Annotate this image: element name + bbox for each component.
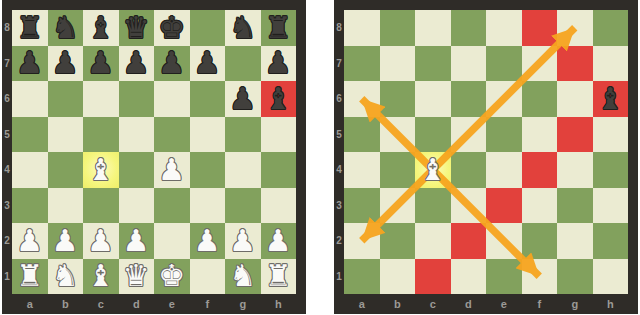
square-b8[interactable]: ♞ bbox=[48, 10, 84, 46]
black-pawn-a7: ♟ bbox=[16, 48, 43, 78]
square-c1[interactable]: ♝ bbox=[83, 259, 119, 295]
file-label-g: g bbox=[557, 294, 593, 314]
square-c8[interactable] bbox=[415, 10, 451, 46]
square-f2[interactable] bbox=[522, 223, 558, 259]
square-g1[interactable] bbox=[557, 259, 593, 295]
square-g2[interactable] bbox=[557, 223, 593, 259]
square-f2[interactable]: ♟ bbox=[190, 223, 226, 259]
rank-coordinates: 87654321 bbox=[2, 10, 12, 294]
square-g7[interactable] bbox=[225, 46, 261, 82]
white-bishop-c4: ♝ bbox=[419, 155, 446, 185]
square-a7[interactable]: ♟ bbox=[12, 46, 48, 82]
square-c7[interactable]: ♟ bbox=[83, 46, 119, 82]
square-g3[interactable] bbox=[557, 188, 593, 224]
square-c3[interactable] bbox=[415, 188, 451, 224]
square-b7[interactable] bbox=[380, 46, 416, 82]
rank-label-2: 2 bbox=[2, 223, 12, 259]
square-f8[interactable] bbox=[190, 10, 226, 46]
black-bishop-c8: ♝ bbox=[87, 13, 114, 43]
square-f3[interactable] bbox=[522, 188, 558, 224]
rank-label-2: 2 bbox=[334, 223, 344, 259]
file-label-d: d bbox=[451, 294, 487, 314]
file-label-h: h bbox=[593, 294, 629, 314]
square-a6[interactable] bbox=[12, 81, 48, 117]
file-label-f: f bbox=[190, 294, 226, 314]
square-c5[interactable] bbox=[415, 117, 451, 153]
white-pawn-b2: ♟ bbox=[52, 226, 79, 256]
square-c4[interactable]: ♝ bbox=[83, 152, 119, 188]
rank-label-6: 6 bbox=[2, 81, 12, 117]
file-coordinates: abcdefgh bbox=[344, 294, 628, 314]
square-e3[interactable] bbox=[486, 188, 522, 224]
square-e1[interactable]: ♚ bbox=[154, 259, 190, 295]
white-knight-b1: ♞ bbox=[52, 261, 79, 291]
white-pawn-g2: ♟ bbox=[229, 226, 256, 256]
square-f7[interactable] bbox=[522, 46, 558, 82]
square-f1[interactable] bbox=[522, 259, 558, 295]
square-e2[interactable] bbox=[154, 223, 190, 259]
square-a4[interactable] bbox=[12, 152, 48, 188]
square-h3[interactable] bbox=[593, 188, 629, 224]
square-e4[interactable]: ♟ bbox=[154, 152, 190, 188]
file-label-e: e bbox=[154, 294, 190, 314]
rank-label-3: 3 bbox=[2, 188, 12, 224]
square-b2[interactable] bbox=[380, 223, 416, 259]
square-a2[interactable]: ♟ bbox=[12, 223, 48, 259]
white-bishop-c4: ♝ bbox=[87, 155, 114, 185]
square-c8[interactable]: ♝ bbox=[83, 10, 119, 46]
square-b1[interactable]: ♞ bbox=[48, 259, 84, 295]
square-h6[interactable]: ♝ bbox=[593, 81, 629, 117]
square-d6[interactable] bbox=[119, 81, 155, 117]
file-label-a: a bbox=[344, 294, 380, 314]
square-g2[interactable]: ♟ bbox=[225, 223, 261, 259]
square-g4[interactable] bbox=[557, 152, 593, 188]
square-b3[interactable] bbox=[380, 188, 416, 224]
white-pawn-f2: ♟ bbox=[194, 226, 221, 256]
square-f1[interactable] bbox=[190, 259, 226, 295]
black-pawn-h7: ♟ bbox=[265, 48, 292, 78]
square-d7[interactable]: ♟ bbox=[119, 46, 155, 82]
square-a2[interactable] bbox=[344, 223, 380, 259]
square-e6[interactable] bbox=[154, 81, 190, 117]
black-pawn-e7: ♟ bbox=[158, 48, 185, 78]
position-board-frame: 87654321 ♜♞♝♛♚♞♜♟♟♟♟♟♟♟♟♝♝♟♟♟♟♟♟♟♟♜♞♝♛♚♞… bbox=[2, 0, 306, 314]
square-d8[interactable]: ♛ bbox=[119, 10, 155, 46]
square-c5[interactable] bbox=[83, 117, 119, 153]
square-d1[interactable] bbox=[451, 259, 487, 295]
square-f3[interactable] bbox=[190, 188, 226, 224]
black-pawn-g6: ♟ bbox=[229, 84, 256, 114]
square-a8[interactable]: ♜ bbox=[12, 10, 48, 46]
square-e8[interactable] bbox=[486, 10, 522, 46]
black-rook-a8: ♜ bbox=[16, 13, 43, 43]
square-e8[interactable]: ♚ bbox=[154, 10, 190, 46]
rank-label-6: 6 bbox=[334, 81, 344, 117]
square-b6[interactable] bbox=[48, 81, 84, 117]
rank-label-1: 1 bbox=[2, 259, 12, 295]
square-d7[interactable] bbox=[451, 46, 487, 82]
black-bishop-h6: ♝ bbox=[265, 84, 292, 114]
white-pawn-c2: ♟ bbox=[87, 226, 114, 256]
square-c4[interactable]: ♝ bbox=[415, 152, 451, 188]
rank-label-8: 8 bbox=[334, 10, 344, 46]
square-e5[interactable] bbox=[486, 117, 522, 153]
rank-label-5: 5 bbox=[2, 117, 12, 153]
file-label-e: e bbox=[486, 294, 522, 314]
white-bishop-c1: ♝ bbox=[87, 261, 114, 291]
file-label-f: f bbox=[522, 294, 558, 314]
square-d5[interactable] bbox=[451, 117, 487, 153]
white-rook-h1: ♜ bbox=[265, 261, 292, 291]
square-a6[interactable] bbox=[344, 81, 380, 117]
square-c3[interactable] bbox=[83, 188, 119, 224]
square-b8[interactable] bbox=[380, 10, 416, 46]
square-c6[interactable] bbox=[415, 81, 451, 117]
square-d4[interactable] bbox=[119, 152, 155, 188]
square-b1[interactable] bbox=[380, 259, 416, 295]
square-d2[interactable]: ♟ bbox=[119, 223, 155, 259]
file-label-d: d bbox=[119, 294, 155, 314]
square-b6[interactable] bbox=[380, 81, 416, 117]
square-g6[interactable] bbox=[557, 81, 593, 117]
square-c2[interactable]: ♟ bbox=[83, 223, 119, 259]
square-c6[interactable] bbox=[83, 81, 119, 117]
white-pawn-h2: ♟ bbox=[265, 226, 292, 256]
white-rook-a1: ♜ bbox=[16, 261, 43, 291]
square-a3[interactable] bbox=[344, 188, 380, 224]
square-a1[interactable] bbox=[344, 259, 380, 295]
square-d6[interactable] bbox=[451, 81, 487, 117]
square-a8[interactable] bbox=[344, 10, 380, 46]
square-e4[interactable] bbox=[486, 152, 522, 188]
square-b3[interactable] bbox=[48, 188, 84, 224]
square-f4[interactable] bbox=[522, 152, 558, 188]
square-d4[interactable] bbox=[451, 152, 487, 188]
file-label-b: b bbox=[380, 294, 416, 314]
square-f7[interactable]: ♟ bbox=[190, 46, 226, 82]
rank-coordinates: 87654321 bbox=[334, 10, 344, 294]
square-b5[interactable] bbox=[48, 117, 84, 153]
square-c2[interactable] bbox=[415, 223, 451, 259]
square-e7[interactable]: ♟ bbox=[154, 46, 190, 82]
square-d5[interactable] bbox=[119, 117, 155, 153]
rank-label-5: 5 bbox=[334, 117, 344, 153]
square-a1[interactable]: ♜ bbox=[12, 259, 48, 295]
square-a4[interactable] bbox=[344, 152, 380, 188]
square-f5[interactable] bbox=[190, 117, 226, 153]
square-h1[interactable]: ♜ bbox=[261, 259, 297, 295]
square-g3[interactable] bbox=[225, 188, 261, 224]
rank-label-4: 4 bbox=[2, 152, 12, 188]
black-queen-d8: ♛ bbox=[123, 13, 150, 43]
black-bishop-h6: ♝ bbox=[597, 84, 624, 114]
square-f8[interactable] bbox=[522, 10, 558, 46]
square-g4[interactable] bbox=[225, 152, 261, 188]
square-h4[interactable] bbox=[261, 152, 297, 188]
file-label-c: c bbox=[415, 294, 451, 314]
black-rook-h8: ♜ bbox=[265, 13, 292, 43]
square-f4[interactable] bbox=[190, 152, 226, 188]
square-h8[interactable] bbox=[593, 10, 629, 46]
square-a7[interactable] bbox=[344, 46, 380, 82]
square-d8[interactable] bbox=[451, 10, 487, 46]
bishop-lesson-diagram: 87654321 ♜♞♝♛♚♞♜♟♟♟♟♟♟♟♟♝♝♟♟♟♟♟♟♟♟♜♞♝♛♚♞… bbox=[0, 0, 640, 315]
square-h5[interactable] bbox=[593, 117, 629, 153]
white-queen-d1: ♛ bbox=[123, 261, 150, 291]
square-c7[interactable] bbox=[415, 46, 451, 82]
white-knight-g1: ♞ bbox=[229, 261, 256, 291]
square-b7[interactable]: ♟ bbox=[48, 46, 84, 82]
rank-label-8: 8 bbox=[2, 10, 12, 46]
file-coordinates: abcdefgh bbox=[12, 294, 296, 314]
square-b5[interactable] bbox=[380, 117, 416, 153]
square-h4[interactable] bbox=[593, 152, 629, 188]
file-label-a: a bbox=[12, 294, 48, 314]
square-h1[interactable] bbox=[593, 259, 629, 295]
black-knight-b8: ♞ bbox=[52, 13, 79, 43]
square-e1[interactable] bbox=[486, 259, 522, 295]
square-e6[interactable] bbox=[486, 81, 522, 117]
square-f6[interactable] bbox=[190, 81, 226, 117]
file-label-g: g bbox=[225, 294, 261, 314]
file-label-b: b bbox=[48, 294, 84, 314]
rank-label-7: 7 bbox=[334, 46, 344, 82]
square-h7[interactable]: ♟ bbox=[261, 46, 297, 82]
square-e3[interactable] bbox=[154, 188, 190, 224]
square-h7[interactable] bbox=[593, 46, 629, 82]
square-e7[interactable] bbox=[486, 46, 522, 82]
black-pawn-c7: ♟ bbox=[87, 48, 114, 78]
square-g5[interactable] bbox=[557, 117, 593, 153]
black-pawn-f7: ♟ bbox=[194, 48, 221, 78]
square-h8[interactable]: ♜ bbox=[261, 10, 297, 46]
square-b4[interactable] bbox=[380, 152, 416, 188]
square-f5[interactable] bbox=[522, 117, 558, 153]
square-d2[interactable] bbox=[451, 223, 487, 259]
white-king-e1: ♚ bbox=[158, 261, 185, 291]
black-pawn-d7: ♟ bbox=[123, 48, 150, 78]
square-g5[interactable] bbox=[225, 117, 261, 153]
bishop-range-board: ♝♝ bbox=[344, 10, 628, 294]
rank-label-4: 4 bbox=[334, 152, 344, 188]
square-d1[interactable]: ♛ bbox=[119, 259, 155, 295]
black-pawn-b7: ♟ bbox=[52, 48, 79, 78]
black-king-e8: ♚ bbox=[158, 13, 185, 43]
square-a5[interactable] bbox=[12, 117, 48, 153]
square-h2[interactable] bbox=[593, 223, 629, 259]
square-b2[interactable]: ♟ bbox=[48, 223, 84, 259]
square-g1[interactable]: ♞ bbox=[225, 259, 261, 295]
square-h5[interactable] bbox=[261, 117, 297, 153]
square-h6[interactable]: ♝ bbox=[261, 81, 297, 117]
black-knight-g8: ♞ bbox=[229, 13, 256, 43]
white-pawn-a2: ♟ bbox=[16, 226, 43, 256]
square-d3[interactable] bbox=[119, 188, 155, 224]
square-f6[interactable] bbox=[522, 81, 558, 117]
square-a5[interactable] bbox=[344, 117, 380, 153]
bishop-range-board-frame: 87654321 ♝♝ abcdefgh bbox=[334, 0, 638, 314]
square-h2[interactable]: ♟ bbox=[261, 223, 297, 259]
square-e5[interactable] bbox=[154, 117, 190, 153]
position-board: ♜♞♝♛♚♞♜♟♟♟♟♟♟♟♟♝♝♟♟♟♟♟♟♟♟♜♞♝♛♚♞♜ bbox=[12, 10, 296, 294]
square-c1[interactable] bbox=[415, 259, 451, 295]
square-g7[interactable] bbox=[557, 46, 593, 82]
rank-label-1: 1 bbox=[334, 259, 344, 295]
rank-label-7: 7 bbox=[2, 46, 12, 82]
square-g6[interactable]: ♟ bbox=[225, 81, 261, 117]
square-h3[interactable] bbox=[261, 188, 297, 224]
square-a3[interactable] bbox=[12, 188, 48, 224]
white-pawn-e4: ♟ bbox=[158, 155, 185, 185]
square-b4[interactable] bbox=[48, 152, 84, 188]
white-pawn-d2: ♟ bbox=[123, 226, 150, 256]
square-g8[interactable]: ♞ bbox=[225, 10, 261, 46]
square-d3[interactable] bbox=[451, 188, 487, 224]
file-label-c: c bbox=[83, 294, 119, 314]
square-g8[interactable] bbox=[557, 10, 593, 46]
file-label-h: h bbox=[261, 294, 297, 314]
square-e2[interactable] bbox=[486, 223, 522, 259]
rank-label-3: 3 bbox=[334, 188, 344, 224]
